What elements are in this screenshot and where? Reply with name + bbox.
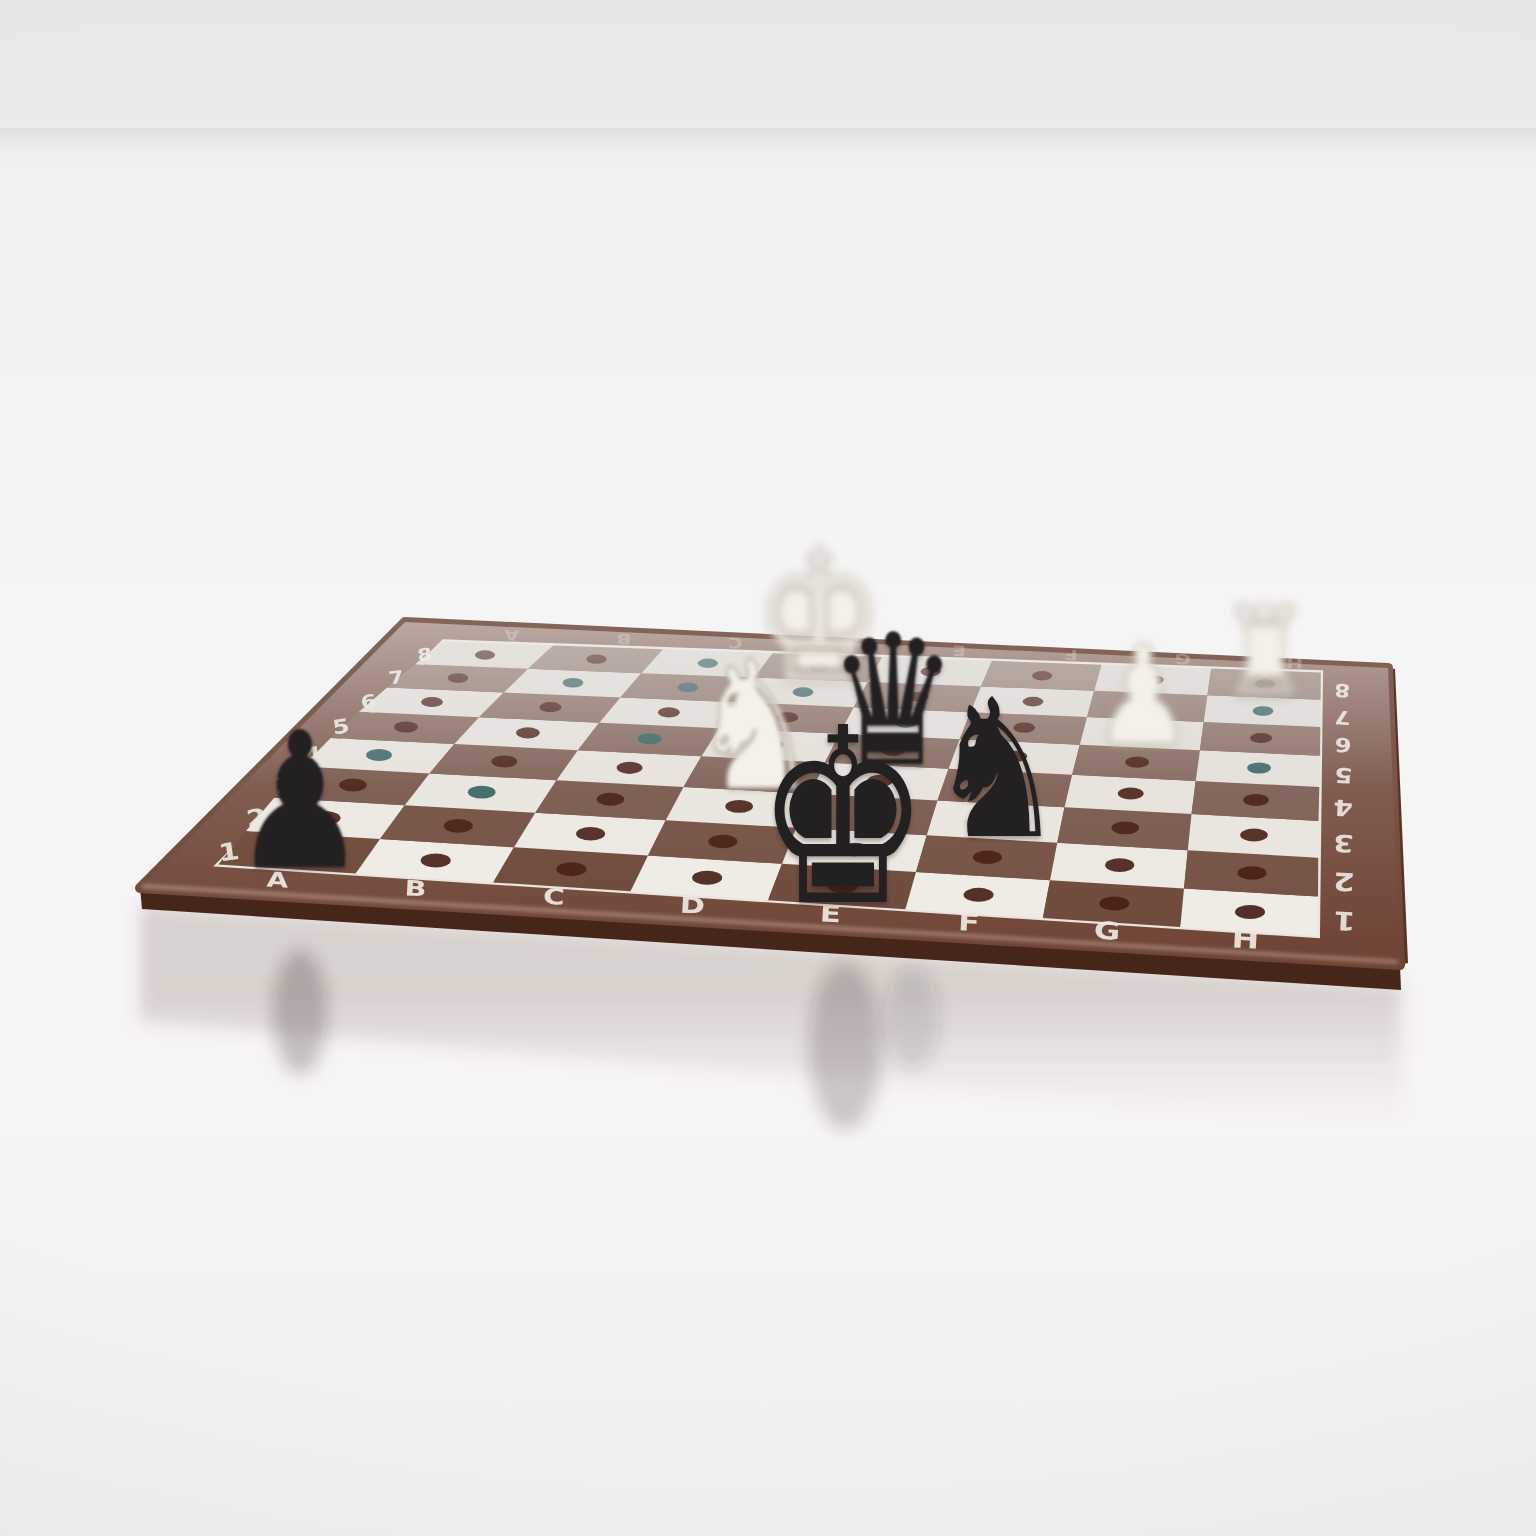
piece-reflection — [273, 950, 327, 1074]
piece-reflection — [884, 966, 940, 1070]
piece-reflection — [809, 962, 881, 1130]
chessboard: ABCDEFGHABCDEFGH1234567812345678 — [0, 0, 1536, 1536]
photo-scene: ABCDEFGHABCDEFGH1234567812345678 ♟♚♞♞♛♟♚… — [0, 0, 1536, 1536]
